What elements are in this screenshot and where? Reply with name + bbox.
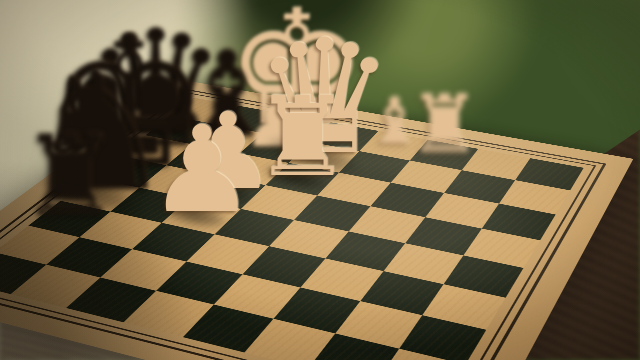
black-rook-a3: ♜ (20, 120, 120, 232)
chess-photo-scene: ♚♟♝♝♟♛♜♛♚♜♟♞♟♜ (0, 0, 640, 360)
white-pawn-c4: ♟ (148, 110, 256, 230)
white-rook-f8: ♜ (409, 84, 481, 164)
pieces-layer: ♚♟♝♝♟♛♜♛♚♜♟♞♟♜ (0, 0, 640, 360)
